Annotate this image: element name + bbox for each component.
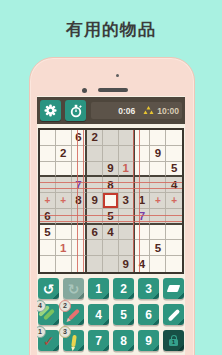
cell-r6c8[interactable] — [150, 209, 166, 225]
cell-r4c5[interactable]: 8 — [103, 177, 119, 193]
cell-r1c6[interactable] — [119, 130, 135, 146]
cell-r8c3[interactable] — [72, 240, 88, 256]
cell-r3c1[interactable] — [40, 162, 56, 178]
cell-r1c9[interactable] — [166, 130, 182, 146]
cell-r2c4[interactable] — [87, 146, 103, 162]
cell-r7c5[interactable]: 4 — [103, 225, 119, 241]
cell-r7c8[interactable] — [150, 225, 166, 241]
settings-button[interactable] — [40, 100, 61, 121]
front-camera-dot — [82, 88, 87, 93]
cell-r1c7[interactable] — [135, 130, 151, 146]
cell-r5c8[interactable]: + — [150, 193, 166, 209]
cell-r5c3[interactable]: 8 — [72, 193, 88, 209]
page-title: 有用的物品 — [0, 18, 222, 41]
cell-r4c3[interactable]: 7 — [72, 177, 88, 193]
digit-8-button[interactable]: 8 — [113, 330, 134, 351]
undo-icon: ↺ — [43, 282, 55, 296]
cell-r7c7[interactable] — [135, 225, 151, 241]
cell-r2c3[interactable] — [72, 146, 88, 162]
cell-r9c6[interactable]: 9 — [119, 256, 135, 272]
cell-r5c1[interactable]: + — [40, 193, 56, 209]
stopwatch-icon — [69, 104, 83, 118]
cell-r2c1[interactable] — [40, 146, 56, 162]
lock-icon: 1 — [169, 339, 178, 346]
cell-r2c9[interactable] — [166, 146, 182, 162]
sudoku-grid: 6229915784++8931++6575641594 — [38, 128, 184, 274]
sudoku-board: 6229915784++8931++6575641594 — [38, 128, 184, 274]
cell-r5c9[interactable]: + — [166, 193, 182, 209]
eraser-button[interactable] — [163, 278, 184, 299]
cell-r5c6[interactable]: 3 — [119, 193, 135, 209]
hatch-item-button[interactable]: 4 — [38, 304, 59, 325]
best-time-trophy-icon — [143, 106, 154, 116]
cell-r5c5[interactable] — [103, 193, 119, 209]
app-screen: 0:06 10:00 6229915784++8931++6575641594 … — [37, 96, 185, 355]
cell-r7c6[interactable] — [119, 225, 135, 241]
cell-r6c3[interactable] — [72, 209, 88, 225]
cell-r9c7[interactable]: 4 — [135, 256, 151, 272]
cell-r3c4[interactable] — [87, 162, 103, 178]
digit-7-button[interactable]: 7 — [88, 330, 109, 351]
digit-6-button[interactable]: 6 — [138, 304, 159, 325]
cell-r4c1[interactable] — [40, 177, 56, 193]
cell-r9c2[interactable] — [56, 256, 72, 272]
cell-r4c2[interactable] — [56, 177, 72, 193]
cell-r1c3[interactable]: 6 — [72, 130, 88, 146]
cell-r2c8[interactable]: 9 — [150, 146, 166, 162]
item-count-badge: 2 — [59, 300, 71, 312]
cell-r1c8[interactable] — [150, 130, 166, 146]
item-count-badge: 4 — [37, 300, 46, 312]
cell-r2c6[interactable] — [119, 146, 135, 162]
yellow-pencil-icon — [71, 334, 77, 346]
cell-r7c9[interactable] — [166, 225, 182, 241]
cell-r5c2[interactable]: + — [56, 193, 72, 209]
cell-r8c1[interactable] — [40, 240, 56, 256]
cell-r3c7[interactable] — [135, 162, 151, 178]
cell-r8c5[interactable] — [103, 240, 119, 256]
cell-r2c5[interactable] — [103, 146, 119, 162]
cell-r1c4[interactable]: 2 — [87, 130, 103, 146]
redo-icon: ↻ — [68, 282, 80, 296]
check-item-button[interactable]: ✓1 — [38, 330, 59, 351]
cell-r7c4[interactable]: 6 — [87, 225, 103, 241]
locked-slot-button: 1 — [163, 330, 184, 351]
cell-r4c8[interactable] — [150, 177, 166, 193]
item-count-badge: 3 — [59, 326, 71, 338]
cell-r6c9[interactable] — [166, 209, 182, 225]
phone-frame: 0:06 10:00 6229915784++8931++6575641594 … — [29, 57, 195, 355]
cell-r3c9[interactable]: 5 — [166, 162, 182, 178]
cell-r3c3[interactable] — [72, 162, 88, 178]
redo-button: ↻ — [63, 278, 84, 299]
cell-r3c5[interactable]: 9 — [103, 162, 119, 178]
earpiece-speaker — [98, 88, 128, 92]
cell-r8c4[interactable] — [87, 240, 103, 256]
gear-icon — [44, 104, 57, 117]
cell-r8c9[interactable] — [166, 240, 182, 256]
digit-5-button[interactable]: 5 — [113, 304, 134, 325]
cell-r9c9[interactable] — [166, 256, 182, 272]
pen-icon — [167, 308, 179, 320]
cell-r4c6[interactable] — [119, 177, 135, 193]
cell-r8c6[interactable] — [119, 240, 135, 256]
cell-r2c2[interactable]: 2 — [56, 146, 72, 162]
cell-r8c7[interactable] — [135, 240, 151, 256]
red-pencil-item-button[interactable]: 2 — [63, 304, 84, 325]
digit-3-button[interactable]: 3 — [138, 278, 159, 299]
cell-r8c8[interactable]: 5 — [150, 240, 166, 256]
hatch-icon — [42, 308, 54, 320]
timer-button[interactable] — [65, 100, 86, 121]
cell-r6c2[interactable] — [56, 209, 72, 225]
best-time: 10:00 — [157, 106, 179, 116]
digit-9-button[interactable]: 9 — [138, 330, 159, 351]
cell-r9c8[interactable] — [150, 256, 166, 272]
cell-r4c9[interactable]: 4 — [166, 177, 182, 193]
eraser-icon — [167, 285, 181, 292]
digit-2-button[interactable]: 2 — [113, 278, 134, 299]
cell-r9c1[interactable] — [40, 256, 56, 272]
cell-r8c2[interactable]: 1 — [56, 240, 72, 256]
cell-r6c1[interactable]: 6 — [40, 209, 56, 225]
cell-r4c4[interactable] — [87, 177, 103, 193]
cell-r1c1[interactable] — [40, 130, 56, 146]
cell-r7c2[interactable] — [56, 225, 72, 241]
undo-button[interactable]: ↺ — [38, 278, 59, 299]
cell-r6c4[interactable] — [87, 209, 103, 225]
cell-r7c3[interactable] — [72, 225, 88, 241]
cell-r3c8[interactable] — [150, 162, 166, 178]
cell-r3c6[interactable]: 1 — [119, 162, 135, 178]
status-panel: 0:06 10:00 — [91, 102, 182, 119]
cell-r7c1[interactable]: 5 — [40, 225, 56, 241]
header-bar: 0:06 10:00 — [37, 97, 185, 124]
cell-r2c7[interactable] — [135, 146, 151, 162]
cell-r4c7[interactable] — [135, 177, 151, 193]
digit-1-button[interactable]: 1 — [88, 278, 109, 299]
cell-r1c5[interactable] — [103, 130, 119, 146]
cell-r9c5[interactable] — [103, 256, 119, 272]
digit-4-button[interactable]: 4 — [88, 304, 109, 325]
cell-r6c5[interactable]: 5 — [103, 209, 119, 225]
cell-r1c2[interactable] — [56, 130, 72, 146]
yellow-pencil-item-button[interactable]: 3 — [63, 330, 84, 351]
toolbar: ↺↻12342456✓137891 — [37, 278, 185, 351]
elapsed-time: 0:06 — [118, 106, 135, 116]
pen-button[interactable] — [163, 304, 184, 325]
cell-r5c7[interactable]: 1 — [135, 193, 151, 209]
red-pencil-icon — [67, 308, 79, 320]
cell-r9c4[interactable] — [87, 256, 103, 272]
cell-r6c6[interactable] — [119, 209, 135, 225]
cell-r6c7[interactable]: 7 — [135, 209, 151, 225]
cell-r3c2[interactable] — [56, 162, 72, 178]
cell-r5c4[interactable]: 9 — [87, 193, 103, 209]
front-sensor-dot — [116, 74, 119, 77]
cell-r9c3[interactable] — [72, 256, 88, 272]
